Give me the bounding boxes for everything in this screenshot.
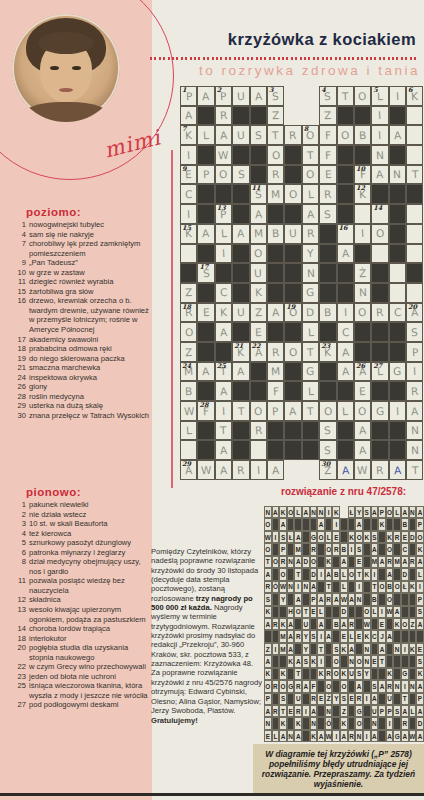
grid-cell[interactable]: K21: [232, 342, 249, 362]
prize-rules-text: Pomiędzy Czytelników, którzy nadeślą pop…: [151, 547, 264, 726]
grid-cell-black[interactable]: [389, 224, 406, 244]
grid-cell-black[interactable]: [267, 440, 284, 460]
grid-cell[interactable]: A: [250, 204, 267, 224]
grid-cell-black[interactable]: [371, 421, 388, 441]
grid-cell-black[interactable]: [406, 263, 423, 283]
grid-cell-black[interactable]: [197, 283, 214, 303]
grid-cell-black[interactable]: [232, 204, 249, 224]
grid-cell-black[interactable]: [337, 106, 354, 126]
grid-cell[interactable]: M: [267, 184, 284, 204]
grid-cell[interactable]: O: [284, 342, 301, 362]
grid-cell-black[interactable]: [371, 342, 388, 362]
clue-item: 19do niego skierowana paczka: [12, 354, 154, 364]
grid-cell[interactable]: O: [250, 244, 267, 264]
grid-cell[interactable]: A: [197, 224, 214, 244]
grid-cell[interactable]: A: [302, 204, 319, 224]
grid-cell-black[interactable]: [215, 263, 232, 283]
grid-cell-black[interactable]: [337, 165, 354, 185]
grid-cell[interactable]: T: [406, 165, 423, 185]
grid-cell-black[interactable]: [389, 184, 406, 204]
grid-cell[interactable]: S: [250, 125, 267, 145]
grid-cell-black[interactable]: [284, 244, 301, 264]
grid-cell-black[interactable]: [197, 244, 214, 264]
grid-cell[interactable]: I: [337, 303, 354, 323]
grid-cell[interactable]: G: [302, 283, 319, 303]
grid-cell[interactable]: I: [215, 401, 232, 421]
grid-cell[interactable]: A: [180, 106, 197, 126]
grid-cell[interactable]: I: [389, 401, 406, 421]
solution-cell-black: [264, 630, 272, 642]
grid-cell-black[interactable]: [354, 244, 371, 264]
solution-cell: I: [386, 717, 394, 729]
grid-cell[interactable]: A: [232, 362, 249, 382]
grid-cell-black[interactable]: [197, 184, 214, 204]
grid-cell[interactable]: M24: [180, 362, 197, 382]
grid-cell[interactable]: U: [284, 224, 301, 244]
grid-cell[interactable]: Z: [250, 303, 267, 323]
grid-cell[interactable]: K15: [180, 224, 197, 244]
grid-cell[interactable]: I: [215, 244, 232, 264]
grid-cell[interactable]: A: [197, 86, 214, 106]
grid-cell[interactable]: A: [232, 224, 249, 244]
grid-cell[interactable]: S: [232, 165, 249, 185]
grid-cell[interactable]: F10: [354, 165, 371, 185]
grid-cell[interactable]: A26: [354, 362, 371, 382]
grid-cell-black[interactable]: [319, 283, 336, 303]
grid-cell[interactable]: O: [302, 165, 319, 185]
grid-cell[interactable]: T: [267, 125, 284, 145]
grid-cell[interactable]: [406, 125, 423, 145]
solution-cell-black: [378, 668, 386, 680]
grid-cell[interactable]: G: [302, 362, 319, 382]
grid-cell[interactable]: R: [302, 224, 319, 244]
grid-cell[interactable]: O: [371, 224, 388, 244]
grid-cell[interactable]: W: [215, 145, 232, 165]
grid-cell[interactable]: I: [406, 362, 423, 382]
grid-cell[interactable]: 16: [337, 224, 354, 244]
grid-cell[interactable]: A: [250, 86, 267, 106]
grid-cell[interactable]: [406, 145, 423, 165]
grid-cell[interactable]: T: [302, 401, 319, 421]
grid-cell[interactable]: R: [267, 342, 284, 362]
grid-cell-black[interactable]: [197, 381, 214, 401]
grid-cell[interactable]: T: [232, 401, 249, 421]
grid-cell[interactable]: A: [267, 460, 284, 480]
grid-cell[interactable]: U: [232, 86, 249, 106]
grid-cell[interactable]: A: [215, 460, 232, 480]
handwritten-letter: C: [220, 287, 228, 298]
grid-cell[interactable]: T: [215, 421, 232, 441]
grid-cell[interactable]: O: [319, 401, 336, 421]
solution-cell-black: [348, 556, 356, 568]
grid-cell[interactable]: I: [250, 460, 267, 480]
solution-cell-black: [378, 717, 386, 729]
grid-cell-black[interactable]: [319, 362, 336, 382]
grid-cell[interactable]: S: [319, 421, 336, 441]
grid-cell[interactable]: L: [302, 381, 319, 401]
grid-cell[interactable]: P2: [215, 86, 232, 106]
grid-cell[interactable]: W: [354, 460, 371, 480]
solution-cell: O: [416, 531, 424, 543]
grid-cell-black[interactable]: [284, 381, 301, 401]
grid-cell-black[interactable]: [232, 440, 249, 460]
grid-cell[interactable]: A: [284, 401, 301, 421]
grid-cell[interactable]: O: [180, 322, 197, 342]
grid-cell[interactable]: R: [284, 125, 301, 145]
solution-cell: K: [310, 655, 318, 667]
grid-cell-black[interactable]: [250, 362, 267, 382]
grid-cell[interactable]: A: [371, 165, 388, 185]
grid-cell[interactable]: K7: [180, 125, 197, 145]
grid-cell-black[interactable]: [215, 342, 232, 362]
solution-cell: K: [294, 717, 302, 729]
grid-cell-black[interactable]: [197, 322, 214, 342]
grid-cell[interactable]: L: [215, 224, 232, 244]
grid-cell[interactable]: F: [319, 125, 336, 145]
grid-cell-black[interactable]: [232, 184, 249, 204]
grid-cell[interactable]: G: [371, 401, 388, 421]
grid-cell[interactable]: C: [215, 283, 232, 303]
grid-cell-black[interactable]: [232, 106, 249, 126]
grid-cell[interactable]: A: [215, 125, 232, 145]
grid-cell[interactable]: A: [389, 125, 406, 145]
solution-cell: U: [348, 668, 356, 680]
grid-cell[interactable]: B: [180, 381, 197, 401]
grid-cell[interactable]: A: [406, 401, 423, 421]
grid-cell[interactable]: R: [406, 381, 423, 401]
grid-cell[interactable]: O: [250, 401, 267, 421]
grid-cell-black[interactable]: [232, 381, 249, 401]
clue-item: 11pozwala posiąść wiedzę bez nauczyciela: [12, 576, 154, 595]
grid-cell-black[interactable]: [371, 440, 388, 460]
grid-cell[interactable]: L5: [371, 86, 388, 106]
grid-cell[interactable]: O: [284, 184, 301, 204]
grid-cell[interactable]: S11: [250, 184, 267, 204]
grid-cell-black[interactable]: [284, 145, 301, 165]
grid-cell[interactable]: F28: [197, 401, 214, 421]
grid-cell-black[interactable]: [267, 204, 284, 224]
grid-cell[interactable]: S17: [197, 263, 214, 283]
grid-cell-black[interactable]: [250, 165, 267, 185]
grid-cell[interactable]: O8: [302, 125, 319, 145]
grid-cell[interactable]: R: [232, 460, 249, 480]
grid-cell-black[interactable]: [389, 244, 406, 264]
grid-cell[interactable]: S: [319, 204, 336, 224]
grid-cell[interactable]: R: [267, 165, 284, 185]
grid-cell-black[interactable]: [250, 106, 267, 126]
grid-cell[interactable]: L27: [371, 362, 388, 382]
grid-cell[interactable]: W: [197, 460, 214, 480]
grid-cell[interactable]: E9: [180, 165, 197, 185]
grid-cell[interactable]: O: [354, 86, 371, 106]
grid-cell-black[interactable]: [284, 263, 301, 283]
grid-cell[interactable]: [406, 204, 423, 224]
grid-cell[interactable]: [389, 283, 406, 303]
solution-cell: O: [401, 618, 409, 630]
grid-cell-black[interactable]: [337, 145, 354, 165]
grid-cell[interactable]: O: [354, 401, 371, 421]
solution-cell-black: [294, 643, 302, 655]
grid-cell[interactable]: A: [354, 421, 371, 441]
grid-cell[interactable]: S4: [319, 86, 336, 106]
grid-cell[interactable]: A: [215, 322, 232, 342]
grid-cell[interactable]: S: [406, 322, 423, 342]
grid-cell-black[interactable]: [232, 263, 249, 283]
grid-cell[interactable]: O: [215, 165, 232, 185]
grid-cell[interactable]: F: [319, 145, 336, 165]
grid-cell-black[interactable]: [267, 263, 284, 283]
grid-cell[interactable]: S3: [267, 86, 284, 106]
grid-cell-black[interactable]: [232, 145, 249, 165]
grid-cell[interactable]: [406, 106, 423, 126]
grid-cell[interactable]: E: [197, 303, 214, 323]
grid-cell[interactable]: O: [267, 145, 284, 165]
grid-cell[interactable]: L: [302, 184, 319, 204]
grid-cell[interactable]: E: [250, 322, 267, 342]
grid-cell[interactable]: I: [180, 145, 197, 165]
grid-cell[interactable]: I: [354, 224, 371, 244]
grid-cell[interactable]: N: [389, 165, 406, 185]
grid-cell-black[interactable]: [371, 381, 388, 401]
grid-cell[interactable]: [389, 263, 406, 283]
grid-cell-black[interactable]: [180, 263, 197, 283]
grid-cell[interactable]: K23: [319, 342, 336, 362]
grid-cell-black[interactable]: [302, 440, 319, 460]
grid-cell-black[interactable]: [389, 322, 406, 342]
grid-cell[interactable]: N: [406, 421, 423, 441]
grid-cell-black[interactable]: [354, 106, 371, 126]
grid-cell[interactable]: P: [406, 342, 423, 362]
solution-cell: A: [325, 630, 333, 642]
grid-cell[interactable]: Z: [180, 283, 197, 303]
grid-cell[interactable]: T25: [215, 362, 232, 382]
clue-item: 24inspektowa okrywka: [12, 373, 154, 383]
grid-cell[interactable]: L: [302, 322, 319, 342]
grid-cell[interactable]: K6: [406, 86, 423, 106]
grid-cell[interactable]: [250, 440, 267, 460]
grid-cell-black[interactable]: [197, 421, 214, 441]
grid-cell[interactable]: Z: [267, 106, 284, 126]
grid-cell[interactable]: O19: [284, 303, 301, 323]
grid-cell-black[interactable]: [354, 322, 371, 342]
grid-cell-black[interactable]: [284, 204, 301, 224]
grid-cell-black[interactable]: [197, 440, 214, 460]
grid-cell[interactable]: A: [337, 362, 354, 382]
grid-cell[interactable]: T: [302, 145, 319, 165]
grid-cell[interactable]: T: [302, 342, 319, 362]
grid-cell[interactable]: A: [267, 303, 284, 323]
grid-cell[interactable]: A20: [406, 303, 423, 323]
grid-cell[interactable]: U: [232, 303, 249, 323]
grid-cell-black[interactable]: [197, 145, 214, 165]
grid-cell[interactable]: R18: [180, 303, 197, 323]
grid-cell[interactable]: M: [250, 224, 267, 244]
grid-cell-black[interactable]: [197, 204, 214, 224]
grid-cell[interactable]: A: [197, 362, 214, 382]
grid-cell-black[interactable]: [267, 322, 284, 342]
grid-cell[interactable]: Z: [319, 106, 336, 126]
grid-cell-black[interactable]: [319, 224, 336, 244]
grid-cell-black[interactable]: [389, 421, 406, 441]
grid-cell-black[interactable]: [406, 184, 423, 204]
grid-cell[interactable]: T: [337, 86, 354, 106]
grid-cell-black[interactable]: [371, 283, 388, 303]
grid-cell[interactable]: I: [389, 86, 406, 106]
grid-cell[interactable]: L: [180, 421, 197, 441]
grid-cell[interactable]: P13: [215, 204, 232, 224]
grid-cell[interactable]: [371, 244, 388, 264]
grid-cell[interactable]: Z: [180, 342, 197, 362]
grid-cell[interactable]: L: [337, 401, 354, 421]
grid-cell-black[interactable]: [337, 204, 354, 224]
grid-cell[interactable]: P: [197, 165, 214, 185]
grid-cell-black[interactable]: [197, 342, 214, 362]
grid-cell[interactable]: C: [389, 303, 406, 323]
grid-cell-black[interactable]: [319, 322, 336, 342]
grid-cell-black[interactable]: [215, 184, 232, 204]
grid-cell-black[interactable]: [389, 381, 406, 401]
grid-cell[interactable]: G: [389, 362, 406, 382]
grid-cell[interactable]: E: [319, 165, 336, 185]
grid-cell[interactable]: I: [371, 125, 388, 145]
clue-number: 21: [234, 342, 243, 350]
grid-cell[interactable]: 14: [371, 204, 388, 224]
grid-cell-black[interactable]: [267, 421, 284, 441]
grid-cell[interactable]: Z30: [319, 460, 336, 480]
grid-cell-black[interactable]: [250, 145, 267, 165]
grid-cell[interactable]: A22: [250, 342, 267, 362]
grid-cell[interactable]: B: [319, 303, 336, 323]
solution-cell-black: [378, 693, 386, 705]
grid-cell[interactable]: R: [215, 106, 232, 126]
grid-cell[interactable]: P: [267, 401, 284, 421]
grid-cell-black[interactable]: [389, 204, 406, 224]
grid-cell[interactable]: K: [250, 283, 267, 303]
grid-cell-black[interactable]: [232, 322, 249, 342]
grid-cell-black[interactable]: [337, 283, 354, 303]
grid-cell[interactable]: E: [354, 381, 371, 401]
grid-cell[interactable]: A: [215, 440, 232, 460]
grid-cell[interactable]: [354, 204, 371, 224]
grid-cell[interactable]: D: [302, 303, 319, 323]
grid-cell[interactable]: T: [406, 460, 423, 480]
grid-cell[interactable]: [180, 440, 197, 460]
grid-cell-black[interactable]: [354, 145, 371, 165]
grid-cell[interactable]: R: [371, 460, 388, 480]
grid-cell[interactable]: Ż: [354, 263, 371, 283]
grid-cell[interactable]: N: [371, 145, 388, 165]
handwritten-letter: A: [341, 248, 349, 259]
grid-cell[interactable]: A: [215, 381, 232, 401]
grid-cell[interactable]: I: [180, 204, 197, 224]
grid-cell-black[interactable]: [389, 106, 406, 126]
grid-cell[interactable]: P1: [180, 86, 197, 106]
grid-cell[interactable]: O: [337, 125, 354, 145]
grid-cell-black[interactable]: [319, 263, 336, 283]
grid-cell-black[interactable]: [371, 184, 388, 204]
grid-cell[interactable]: R: [319, 184, 336, 204]
grid-cell-black[interactable]: [284, 165, 301, 185]
grid-cell[interactable]: R: [371, 303, 388, 323]
grid-cell[interactable]: N: [302, 263, 319, 283]
grid-cell[interactable]: O: [354, 303, 371, 323]
grid-cell-black[interactable]: [371, 263, 388, 283]
grid-cell[interactable]: B: [354, 125, 371, 145]
grid-cell[interactable]: [406, 244, 423, 264]
grid-cell: [284, 86, 301, 106]
grid-cell[interactable]: N: [354, 283, 371, 303]
grid-cell[interactable]: A: [337, 244, 354, 264]
grid-cell[interactable]: U: [232, 125, 249, 145]
crossword-grid[interactable]: P1AP2UAS3S4TOL5IK6ARZZIK7LAUSTRO8FOBIAIW…: [180, 86, 423, 480]
grid-cell-black[interactable]: [284, 440, 301, 460]
grid-cell[interactable]: L: [197, 125, 214, 145]
grid-cell[interactable]: F: [267, 381, 284, 401]
grid-cell[interactable]: W: [180, 401, 197, 421]
grid-cell-black[interactable]: [354, 342, 371, 362]
grid-cell[interactable]: R: [250, 421, 267, 441]
grid-cell-black[interactable]: [319, 381, 336, 401]
solution-cell-black: [340, 518, 348, 530]
grid-cell-black[interactable]: [319, 244, 336, 264]
solution-cell: W: [340, 593, 348, 605]
grid-cell[interactable]: [406, 224, 423, 244]
grid-cell-black[interactable]: [267, 283, 284, 303]
grid-cell-black[interactable]: [284, 362, 301, 382]
grid-cell[interactable]: A: [354, 440, 371, 460]
grid-cell-black[interactable]: [337, 184, 354, 204]
grid-cell-black[interactable]: [232, 283, 249, 303]
grid-cell[interactable]: N: [406, 440, 423, 460]
grid-cell-black[interactable]: [302, 421, 319, 441]
grid-cell-black[interactable]: [267, 244, 284, 264]
grid-cell[interactable]: I: [371, 106, 388, 126]
grid-cell-black[interactable]: [284, 421, 301, 441]
grid-cell[interactable]: U: [250, 263, 267, 283]
grid-cell-black[interactable]: [337, 381, 354, 401]
grid-cell[interactable]: S: [319, 440, 336, 460]
grid-cell[interactable]: K: [215, 303, 232, 323]
grid-cell-black[interactable]: [284, 283, 301, 303]
grid-cell[interactable]: A: [337, 460, 354, 480]
grid-cell-black[interactable]: [197, 106, 214, 126]
grid-cell[interactable]: B: [267, 224, 284, 244]
grid-cell-black[interactable]: [389, 440, 406, 460]
grid-cell-black[interactable]: [337, 263, 354, 283]
grid-cell[interactable]: K12: [354, 184, 371, 204]
grid-cell[interactable]: [180, 244, 197, 264]
grid-cell-black[interactable]: [389, 145, 406, 165]
grid-cell-black[interactable]: [250, 381, 267, 401]
grid-cell-black[interactable]: [284, 322, 301, 342]
grid-cell[interactable]: A29: [180, 460, 197, 480]
grid-cell[interactable]: A: [337, 342, 354, 362]
grid-cell-black[interactable]: [337, 421, 354, 441]
grid-cell-black[interactable]: [232, 421, 249, 441]
grid-cell-black[interactable]: [232, 244, 249, 264]
solution-cell: L: [371, 606, 379, 618]
grid-cell-black[interactable]: [337, 440, 354, 460]
solution-cell: B: [371, 593, 379, 605]
grid-cell[interactable]: C: [337, 322, 354, 342]
grid-cell[interactable]: Y: [302, 244, 319, 264]
grid-cell[interactable]: C: [180, 184, 197, 204]
grid-cell[interactable]: [406, 283, 423, 303]
grid-cell[interactable]: A: [389, 460, 406, 480]
grid-cell-black[interactable]: [389, 342, 406, 362]
grid-cell[interactable]: M: [267, 362, 284, 382]
grid-cell-black[interactable]: [371, 322, 388, 342]
